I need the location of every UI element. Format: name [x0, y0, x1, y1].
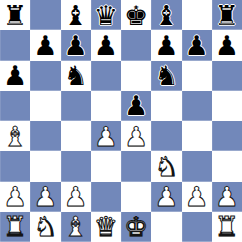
black-bishop-piece[interactable]: ♝ — [154, 2, 178, 29]
square-g7[interactable]: ♟ — [182, 30, 212, 60]
square-h6[interactable] — [212, 61, 242, 91]
square-d3[interactable] — [91, 151, 121, 181]
square-e2[interactable] — [121, 182, 151, 212]
black-pawn-piece[interactable]: ♟ — [154, 32, 178, 59]
black-pawn-piece[interactable]: ♟ — [33, 32, 57, 59]
square-f6[interactable]: ♞ — [151, 61, 181, 91]
square-f2[interactable]: ♟ — [151, 182, 181, 212]
square-b5[interactable] — [30, 91, 60, 121]
square-a8[interactable]: ♜ — [0, 0, 30, 30]
square-b7[interactable]: ♟ — [30, 30, 60, 60]
square-g5[interactable] — [182, 91, 212, 121]
square-f8[interactable]: ♝ — [151, 0, 181, 30]
square-b1[interactable]: ♞ — [30, 212, 60, 242]
square-c6[interactable]: ♞ — [61, 61, 91, 91]
black-rook-piece[interactable]: ♜ — [3, 2, 27, 29]
square-d1[interactable]: ♛ — [91, 212, 121, 242]
white-pawn-piece[interactable]: ♟ — [154, 183, 178, 210]
square-c1[interactable]: ♝ — [61, 212, 91, 242]
square-a2[interactable]: ♟ — [0, 182, 30, 212]
square-d6[interactable] — [91, 61, 121, 91]
square-a3[interactable] — [0, 151, 30, 181]
white-pawn-piece[interactable]: ♟ — [64, 183, 88, 210]
black-pawn-piece[interactable]: ♟ — [185, 32, 209, 59]
square-b2[interactable]: ♟ — [30, 182, 60, 212]
square-c2[interactable]: ♟ — [61, 182, 91, 212]
square-f4[interactable] — [151, 121, 181, 151]
black-knight-piece[interactable]: ♞ — [154, 62, 178, 89]
square-c7[interactable]: ♟ — [61, 30, 91, 60]
square-b6[interactable] — [30, 61, 60, 91]
square-h4[interactable] — [212, 121, 242, 151]
white-king-piece[interactable]: ♚ — [124, 213, 148, 240]
black-pawn-piece[interactable]: ♟ — [94, 32, 118, 59]
black-knight-piece[interactable]: ♞ — [64, 62, 88, 89]
square-e6[interactable] — [121, 61, 151, 91]
black-bishop-piece[interactable]: ♝ — [64, 2, 88, 29]
square-g1[interactable] — [182, 212, 212, 242]
white-pawn-piece[interactable]: ♟ — [124, 123, 148, 150]
square-b8[interactable] — [30, 0, 60, 30]
square-e5[interactable]: ♟ — [121, 91, 151, 121]
white-pawn-piece[interactable]: ♟ — [94, 123, 118, 150]
square-f7[interactable]: ♟ — [151, 30, 181, 60]
white-pawn-piece[interactable]: ♟ — [33, 183, 57, 210]
square-h1[interactable]: ♜ — [212, 212, 242, 242]
square-g3[interactable] — [182, 151, 212, 181]
square-e8[interactable]: ♚ — [121, 0, 151, 30]
black-pawn-piece[interactable]: ♟ — [64, 32, 88, 59]
square-g4[interactable] — [182, 121, 212, 151]
square-c3[interactable] — [61, 151, 91, 181]
white-rook-piece[interactable]: ♜ — [215, 213, 239, 240]
white-rook-piece[interactable]: ♜ — [3, 213, 27, 240]
square-c5[interactable] — [61, 91, 91, 121]
square-e4[interactable]: ♟ — [121, 121, 151, 151]
square-h5[interactable] — [212, 91, 242, 121]
white-bishop-piece[interactable]: ♝ — [64, 213, 88, 240]
chess-board: ♜♝♛♚♝♜♟♟♟♟♟♟♟♞♞♟♝♟♟♞♟♟♟♟♟♟♜♞♝♛♚♜ — [0, 0, 242, 242]
white-knight-piece[interactable]: ♞ — [154, 153, 178, 180]
black-pawn-piece[interactable]: ♟ — [215, 32, 239, 59]
page: { "game": "chess", "position": "r1bqkb1r… — [0, 0, 242, 242]
white-knight-piece[interactable]: ♞ — [33, 213, 57, 240]
square-a1[interactable]: ♜ — [0, 212, 30, 242]
square-e3[interactable] — [121, 151, 151, 181]
square-h2[interactable]: ♟ — [212, 182, 242, 212]
square-b3[interactable] — [30, 151, 60, 181]
black-queen-piece[interactable]: ♛ — [94, 2, 118, 29]
square-h8[interactable]: ♜ — [212, 0, 242, 30]
square-f1[interactable] — [151, 212, 181, 242]
square-d5[interactable] — [91, 91, 121, 121]
square-a6[interactable]: ♟ — [0, 61, 30, 91]
square-d8[interactable]: ♛ — [91, 0, 121, 30]
square-a4[interactable]: ♝ — [0, 121, 30, 151]
square-e1[interactable]: ♚ — [121, 212, 151, 242]
white-pawn-piece[interactable]: ♟ — [185, 183, 209, 210]
square-f5[interactable] — [151, 91, 181, 121]
square-f3[interactable]: ♞ — [151, 151, 181, 181]
square-h3[interactable] — [212, 151, 242, 181]
square-d2[interactable] — [91, 182, 121, 212]
square-d7[interactable]: ♟ — [91, 30, 121, 60]
white-pawn-piece[interactable]: ♟ — [3, 183, 27, 210]
square-c4[interactable] — [61, 121, 91, 151]
white-bishop-piece[interactable]: ♝ — [3, 123, 27, 150]
square-a7[interactable] — [0, 30, 30, 60]
black-rook-piece[interactable]: ♜ — [215, 2, 239, 29]
black-pawn-piece[interactable]: ♟ — [124, 92, 148, 119]
square-h7[interactable]: ♟ — [212, 30, 242, 60]
square-a5[interactable] — [0, 91, 30, 121]
square-e7[interactable] — [121, 30, 151, 60]
square-c8[interactable]: ♝ — [61, 0, 91, 30]
white-pawn-piece[interactable]: ♟ — [215, 183, 239, 210]
square-g8[interactable] — [182, 0, 212, 30]
square-b4[interactable] — [30, 121, 60, 151]
white-queen-piece[interactable]: ♛ — [94, 213, 118, 240]
square-g2[interactable]: ♟ — [182, 182, 212, 212]
black-pawn-piece[interactable]: ♟ — [3, 62, 27, 89]
square-g6[interactable] — [182, 61, 212, 91]
black-king-piece[interactable]: ♚ — [124, 2, 148, 29]
square-d4[interactable]: ♟ — [91, 121, 121, 151]
